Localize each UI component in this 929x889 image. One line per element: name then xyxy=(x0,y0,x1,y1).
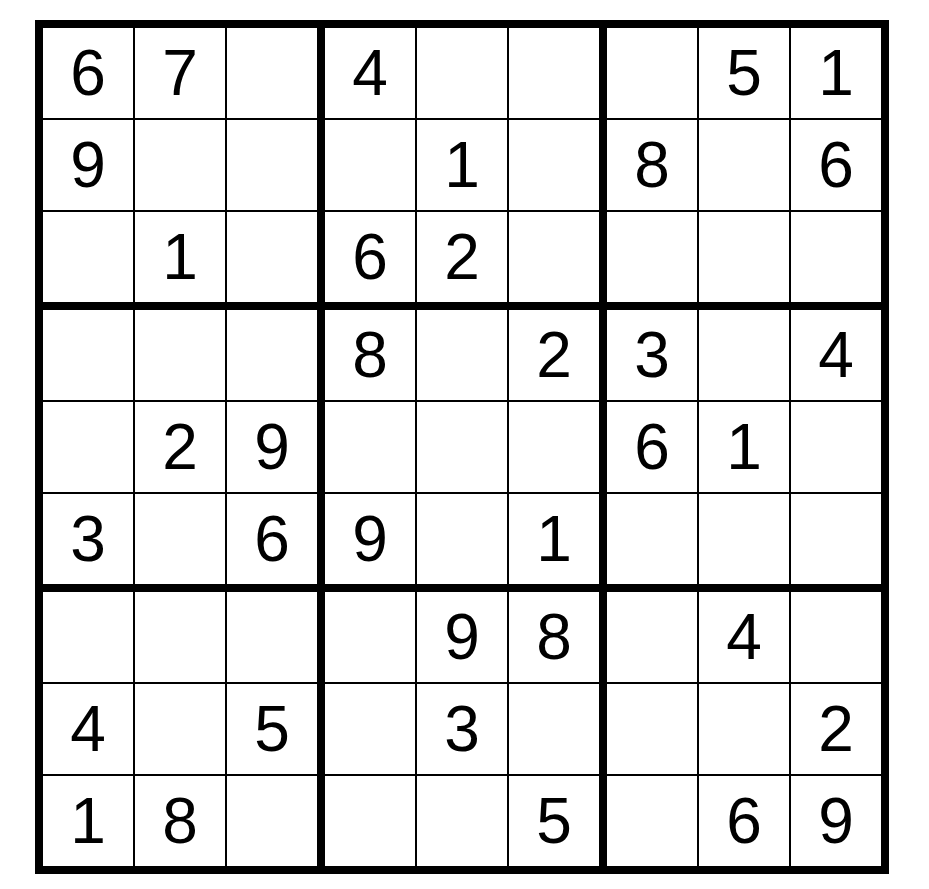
cell-r6c1-given: 3 xyxy=(43,494,135,592)
cell-r5c6-empty[interactable] xyxy=(509,402,607,494)
cell-r9c6-given: 5 xyxy=(509,776,607,866)
cell-r5c2-given: 2 xyxy=(135,402,227,494)
cell-r8c8-empty[interactable] xyxy=(699,684,791,776)
cell-r8c7-empty[interactable] xyxy=(607,684,699,776)
cell-r2c2-empty[interactable] xyxy=(135,120,227,212)
sudoku-board: 674519186162823429613691984453218569 xyxy=(35,20,889,874)
cell-r8c2-empty[interactable] xyxy=(135,684,227,776)
cell-r9c1-given: 1 xyxy=(43,776,135,866)
cell-r7c9-empty[interactable] xyxy=(791,592,881,684)
cell-r8c3-given: 5 xyxy=(227,684,325,776)
cell-r8c1-given: 4 xyxy=(43,684,135,776)
cell-r7c6-given: 8 xyxy=(509,592,607,684)
cell-r8c6-empty[interactable] xyxy=(509,684,607,776)
page: 674519186162823429613691984453218569 xyxy=(0,0,929,889)
cell-r2c7-given: 8 xyxy=(607,120,699,212)
cell-r4c1-empty[interactable] xyxy=(43,310,135,402)
cell-r6c4-given: 9 xyxy=(325,494,417,592)
cell-r5c1-empty[interactable] xyxy=(43,402,135,494)
cell-r2c1-given: 9 xyxy=(43,120,135,212)
cell-r5c4-empty[interactable] xyxy=(325,402,417,494)
cell-r6c6-given: 1 xyxy=(509,494,607,592)
cell-r6c5-empty[interactable] xyxy=(417,494,509,592)
cell-r6c8-empty[interactable] xyxy=(699,494,791,592)
cell-r5c3-given: 9 xyxy=(227,402,325,494)
cell-r9c9-given: 9 xyxy=(791,776,881,866)
cell-r5c9-empty[interactable] xyxy=(791,402,881,494)
cell-r1c3-empty[interactable] xyxy=(227,28,325,120)
cell-r9c5-empty[interactable] xyxy=(417,776,509,866)
cell-r4c4-given: 8 xyxy=(325,310,417,402)
cell-r3c1-empty[interactable] xyxy=(43,212,135,310)
cell-r9c7-empty[interactable] xyxy=(607,776,699,866)
cell-r5c7-given: 6 xyxy=(607,402,699,494)
cell-r1c7-empty[interactable] xyxy=(607,28,699,120)
cell-r1c5-empty[interactable] xyxy=(417,28,509,120)
cell-r1c1-given: 6 xyxy=(43,28,135,120)
cell-r1c8-given: 5 xyxy=(699,28,791,120)
cell-r4c7-given: 3 xyxy=(607,310,699,402)
cell-r3c2-given: 1 xyxy=(135,212,227,310)
cell-r7c8-given: 4 xyxy=(699,592,791,684)
cell-r3c8-empty[interactable] xyxy=(699,212,791,310)
cell-r6c2-empty[interactable] xyxy=(135,494,227,592)
cell-r7c5-given: 9 xyxy=(417,592,509,684)
cell-r2c4-empty[interactable] xyxy=(325,120,417,212)
cell-r2c9-given: 6 xyxy=(791,120,881,212)
cell-r8c9-given: 2 xyxy=(791,684,881,776)
cell-r9c2-given: 8 xyxy=(135,776,227,866)
cell-r7c3-empty[interactable] xyxy=(227,592,325,684)
cell-r2c6-empty[interactable] xyxy=(509,120,607,212)
cell-r4c8-empty[interactable] xyxy=(699,310,791,402)
cell-r4c3-empty[interactable] xyxy=(227,310,325,402)
cell-r3c6-empty[interactable] xyxy=(509,212,607,310)
cell-r1c6-empty[interactable] xyxy=(509,28,607,120)
cell-r6c7-empty[interactable] xyxy=(607,494,699,592)
cell-r7c2-empty[interactable] xyxy=(135,592,227,684)
cell-r1c4-given: 4 xyxy=(325,28,417,120)
cell-r3c3-empty[interactable] xyxy=(227,212,325,310)
cell-r4c2-empty[interactable] xyxy=(135,310,227,402)
cell-r5c8-given: 1 xyxy=(699,402,791,494)
cell-r9c8-given: 6 xyxy=(699,776,791,866)
cell-r3c7-empty[interactable] xyxy=(607,212,699,310)
cell-r7c4-empty[interactable] xyxy=(325,592,417,684)
cell-r4c5-empty[interactable] xyxy=(417,310,509,402)
cell-r6c3-given: 6 xyxy=(227,494,325,592)
cell-r2c5-given: 1 xyxy=(417,120,509,212)
cell-r9c4-empty[interactable] xyxy=(325,776,417,866)
cell-r3c5-given: 2 xyxy=(417,212,509,310)
cell-r5c5-empty[interactable] xyxy=(417,402,509,494)
cell-r4c9-given: 4 xyxy=(791,310,881,402)
cell-r6c9-empty[interactable] xyxy=(791,494,881,592)
cell-r1c9-given: 1 xyxy=(791,28,881,120)
cell-r8c5-given: 3 xyxy=(417,684,509,776)
cell-r2c8-empty[interactable] xyxy=(699,120,791,212)
cell-r7c7-empty[interactable] xyxy=(607,592,699,684)
cell-r9c3-empty[interactable] xyxy=(227,776,325,866)
cell-r3c9-empty[interactable] xyxy=(791,212,881,310)
cell-r2c3-empty[interactable] xyxy=(227,120,325,212)
cell-r7c1-empty[interactable] xyxy=(43,592,135,684)
cell-r1c2-given: 7 xyxy=(135,28,227,120)
cell-r3c4-given: 6 xyxy=(325,212,417,310)
cell-r4c6-given: 2 xyxy=(509,310,607,402)
cell-r8c4-empty[interactable] xyxy=(325,684,417,776)
